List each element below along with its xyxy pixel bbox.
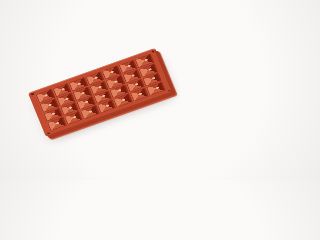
corner-hole [167, 89, 170, 92]
corner-hole [31, 93, 34, 96]
corner-hole [47, 132, 50, 135]
photo-background [0, 0, 180, 180]
corner-hole [151, 50, 154, 53]
